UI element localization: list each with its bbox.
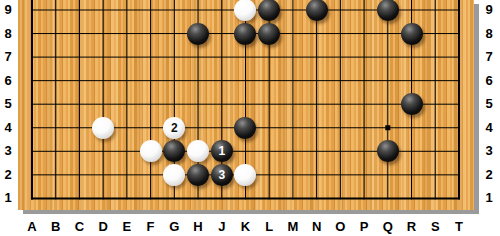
stone-white-G2[interactable] [163, 164, 185, 186]
coord-label-col-K: K [233, 219, 257, 235]
coord-label-col-J: J [210, 219, 234, 235]
stone-black-K8[interactable] [234, 23, 256, 45]
stone-black-Q3[interactable] [377, 140, 399, 162]
coord-label-col-L: L [257, 219, 281, 235]
star-point-Q4 [385, 125, 390, 130]
stone-black-J2[interactable]: 3 [211, 164, 233, 186]
coord-label-right-row-6: 6 [481, 73, 497, 89]
coord-label-right-row-4: 4 [481, 120, 497, 136]
coord-label-right-row-5: 5 [481, 96, 497, 112]
coord-label-right-row-7: 7 [481, 49, 497, 65]
coord-label-col-T: T [447, 219, 471, 235]
stone-white-G4[interactable]: 2 [163, 117, 185, 139]
go-board-diagram: 132ABCDEFGHJKLMNOPQRST987654321987654321 [0, 0, 500, 236]
coord-label-left-row-5: 5 [0, 96, 16, 112]
coord-label-left-row-4: 4 [0, 120, 16, 136]
coord-label-col-E: E [115, 219, 139, 235]
coord-label-left-row-8: 8 [0, 26, 16, 42]
stone-black-Q9[interactable] [377, 0, 399, 21]
coord-label-left-row-9: 9 [0, 2, 16, 18]
coord-label-col-N: N [305, 219, 329, 235]
stone-black-J3[interactable]: 1 [211, 140, 233, 162]
coord-label-col-F: F [139, 219, 163, 235]
coord-label-col-S: S [423, 219, 447, 235]
stone-white-F3[interactable] [140, 140, 162, 162]
coord-label-col-B: B [44, 219, 68, 235]
move-number-label: 3 [218, 169, 225, 181]
coord-label-right-row-2: 2 [481, 167, 497, 183]
coord-label-right-row-1: 1 [481, 190, 497, 206]
move-number-label: 2 [171, 122, 178, 134]
coord-label-col-A: A [20, 219, 44, 235]
coord-label-left-row-6: 6 [0, 73, 16, 89]
coord-label-right-row-8: 8 [481, 26, 497, 42]
coord-label-col-O: O [328, 219, 352, 235]
move-number-label: 1 [218, 145, 225, 157]
stone-black-H8[interactable] [187, 23, 209, 45]
coord-label-left-row-2: 2 [0, 167, 16, 183]
stone-black-N9[interactable] [306, 0, 328, 21]
coord-label-col-R: R [400, 219, 424, 235]
coord-label-left-row-3: 3 [0, 143, 16, 159]
stone-black-R8[interactable] [401, 23, 423, 45]
stone-white-D4[interactable] [92, 117, 114, 139]
stone-black-R5[interactable] [401, 93, 423, 115]
coord-label-right-row-3: 3 [481, 143, 497, 159]
coord-label-col-G: G [162, 219, 186, 235]
stone-black-H2[interactable] [187, 164, 209, 186]
stone-black-L8[interactable] [258, 23, 280, 45]
coord-label-col-C: C [67, 219, 91, 235]
coord-label-col-H: H [186, 219, 210, 235]
coord-label-col-D: D [91, 219, 115, 235]
coord-label-left-row-1: 1 [0, 190, 16, 206]
coord-label-col-Q: Q [376, 219, 400, 235]
coord-label-right-row-9: 9 [481, 2, 497, 18]
coord-label-col-M: M [281, 219, 305, 235]
coord-label-col-P: P [352, 219, 376, 235]
coord-label-left-row-7: 7 [0, 49, 16, 65]
